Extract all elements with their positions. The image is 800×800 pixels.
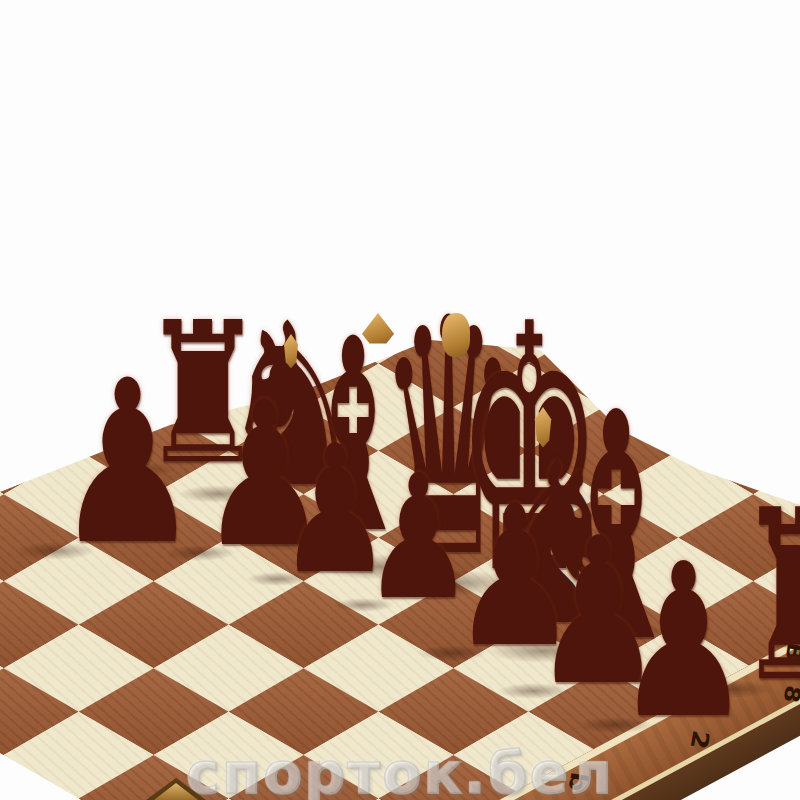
- watermark: спорток.бел: [186, 740, 614, 800]
- pieces-layer: ♜♞♝♟♟♛♟♚♟♞♝♟♜♟♟: [0, 0, 800, 800]
- light-wood-finial: [442, 313, 470, 357]
- product-photo-scene: b28B ♜♞♝♟♟♛♟♚♟♞♝♟♜♟♟ спорток.бел: [0, 0, 800, 800]
